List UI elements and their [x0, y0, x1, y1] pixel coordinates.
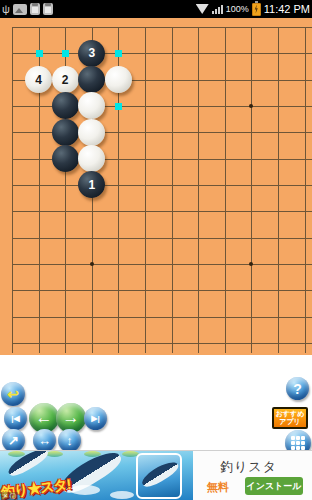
- battery-icon: [252, 3, 261, 16]
- wifi-icon: [196, 4, 209, 14]
- water-splash: [110, 491, 134, 499]
- badge-line1: おすすめ: [276, 410, 305, 418]
- black-stone: [52, 145, 79, 172]
- clipboard-icon: [30, 3, 40, 15]
- star-point: [90, 262, 94, 266]
- clock: 11:42 PM: [264, 3, 310, 15]
- grid-icon: [291, 436, 305, 450]
- move-marker[interactable]: [115, 50, 122, 57]
- ad-banner[interactable]: 釣り★スタ! ✕ ⓘ 釣りスタ 無料 インストール: [0, 450, 312, 500]
- status-bar: ψ 100% 11:42 PM: [0, 0, 312, 18]
- help-button[interactable]: ?: [286, 377, 309, 400]
- ad-image[interactable]: 釣り★スタ! ✕ ⓘ: [0, 451, 193, 500]
- ad-details: 釣りスタ 無料 インストール: [193, 451, 312, 500]
- pan-vertical-button[interactable]: ↕: [58, 429, 81, 452]
- star-point: [249, 262, 253, 266]
- pan-horizontal-button[interactable]: ↔: [33, 429, 56, 452]
- control-panel: ↩ |◀ ← → ▶| ↗ ↔ ↕ ? おすすめ アプリ: [0, 355, 312, 450]
- move-marker[interactable]: [62, 50, 69, 57]
- black-stone: [78, 66, 105, 93]
- board-grid[interactable]: 3421: [12, 27, 312, 353]
- move-marker[interactable]: [36, 50, 43, 57]
- white-stone: 4: [25, 66, 52, 93]
- ad-app-icon: [136, 453, 182, 499]
- white-stone: [105, 66, 132, 93]
- marlin-fish-icon: [139, 457, 180, 490]
- ad-price: 無料: [207, 480, 229, 495]
- small-fish-icon: [46, 451, 63, 457]
- pan-diagonal-button[interactable]: ↗: [2, 429, 25, 452]
- move-marker[interactable]: [115, 103, 122, 110]
- signal-icon: [212, 4, 223, 14]
- gallery-icon: [13, 4, 27, 15]
- battery-percent: 100%: [226, 4, 249, 14]
- last-move-button[interactable]: ▶|: [84, 407, 107, 430]
- go-board[interactable]: 3421: [0, 18, 312, 355]
- badge-line2: アプリ: [279, 418, 301, 426]
- status-left-icons: ψ: [2, 3, 53, 15]
- usb-icon: ψ: [2, 4, 10, 15]
- white-stone: [78, 145, 105, 172]
- star-point: [249, 104, 253, 108]
- ad-app-name: 釣りスタ: [193, 458, 304, 476]
- black-stone: [52, 92, 79, 119]
- install-button[interactable]: インストール: [245, 477, 303, 495]
- white-stone: 2: [52, 66, 79, 93]
- black-stone: 1: [78, 171, 105, 198]
- screenshot-icon: [43, 3, 53, 15]
- water-splash: [70, 485, 100, 495]
- first-move-button[interactable]: |◀: [4, 407, 27, 430]
- black-stone: 3: [78, 40, 105, 67]
- black-stone: [52, 119, 79, 146]
- white-stone: [78, 92, 105, 119]
- ad-choices[interactable]: ✕ ⓘ: [1, 492, 18, 500]
- status-right-icons: 100% 11:42 PM: [196, 3, 310, 16]
- white-stone: [78, 119, 105, 146]
- undo-button[interactable]: ↩: [1, 382, 25, 406]
- recommended-apps-badge[interactable]: おすすめ アプリ: [272, 407, 308, 429]
